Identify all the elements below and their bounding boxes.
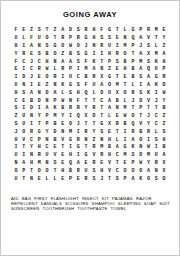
grid-cell: I <box>20 43 28 51</box>
grid-cell: N <box>59 128 67 136</box>
grid-cell: R <box>98 152 106 160</box>
grid-cell: R <box>129 89 137 97</box>
grid-cell: L <box>59 89 67 97</box>
grid-cell: U <box>20 121 28 129</box>
grid-cell: A <box>137 66 145 74</box>
grid-cell: R <box>74 35 82 43</box>
grid-cell: K <box>137 175 145 183</box>
grid-cell: E <box>59 121 67 129</box>
grid-cell: P <box>106 58 114 66</box>
grid-cell: T <box>98 105 106 113</box>
grid-cell: R <box>145 27 153 35</box>
grid-cell: J <box>82 43 90 51</box>
grid-cell: Q <box>82 89 90 97</box>
grid-cell: N <box>152 167 160 175</box>
grid-cell: H <box>160 58 168 66</box>
grid-cell: N <box>35 89 43 97</box>
grid-cell: Q <box>67 160 75 168</box>
grid-cell: V <box>51 152 59 160</box>
grid-cell: U <box>20 113 28 121</box>
grid-cell: J <box>74 121 82 129</box>
grid-cell: O <box>129 113 137 121</box>
grid-cell: S <box>67 89 75 97</box>
grid-cell: R <box>67 105 75 113</box>
grid-cell: Y <box>59 113 67 121</box>
grid-cell: W <box>145 144 153 152</box>
grid-cell: L <box>152 43 160 51</box>
grid-cell: S <box>160 128 168 136</box>
grid-cell: S <box>35 50 43 58</box>
grid-cell: B <box>129 74 137 82</box>
grid-cell: I <box>35 105 43 113</box>
grid-cell: P <box>129 58 137 66</box>
grid-cell: D <box>137 152 145 160</box>
grid-cell: K <box>145 89 153 97</box>
grid-cell: E <box>121 160 129 168</box>
grid-cell: B <box>51 136 59 144</box>
grid-cell: I <box>145 136 153 144</box>
grid-cell: V <box>145 97 153 105</box>
grid-cell: E <box>59 160 67 168</box>
grid-cell: M <box>152 50 160 58</box>
grid-cell: L <box>129 82 137 90</box>
grid-cell: B <box>121 121 129 129</box>
grid-cell: Z <box>90 136 98 144</box>
grid-cell: D <box>90 113 98 121</box>
grid-cell: S <box>43 43 51 51</box>
grid-cell: D <box>160 175 168 183</box>
grid-cell: B <box>43 50 51 58</box>
grid-cell: J <box>28 74 36 82</box>
grid-cell: S <box>145 43 153 51</box>
grid-cell: Y <box>160 35 168 43</box>
grid-cell: D <box>160 82 168 90</box>
grid-cell: I <box>12 74 20 82</box>
grid-cell: S <box>74 82 82 90</box>
grid-cell: N <box>121 35 129 43</box>
grid-cell: R <box>129 128 137 136</box>
grid-cell: Y <box>90 128 98 136</box>
grid-cell: T <box>43 27 51 35</box>
grid-cell: M <box>113 82 121 90</box>
grid-cell: A <box>59 58 67 66</box>
grid-cell: P <box>35 136 43 144</box>
grid-cell: I <box>20 152 28 160</box>
grid-cell: P <box>51 97 59 105</box>
grid-cell: A <box>43 105 51 113</box>
grid-cell: A <box>129 136 137 144</box>
grid-cell: A <box>28 89 36 97</box>
grid-cell: I <box>67 113 75 121</box>
grid-cell: O <box>137 167 145 175</box>
grid-cell: V <box>106 167 114 175</box>
grid-cell: R <box>152 160 160 168</box>
grid-cell: O <box>121 89 129 97</box>
grid-cell: U <box>35 35 43 43</box>
grid-cell: A <box>28 43 36 51</box>
grid-cell: T <box>106 175 114 183</box>
grid-cell: K <box>152 58 160 66</box>
grid-cell: Y <box>82 105 90 113</box>
grid-cell: V <box>106 160 114 168</box>
grid-cell: L <box>121 27 129 35</box>
grid-cell: Y <box>43 128 51 136</box>
grid-cell: M <box>121 152 129 160</box>
grid-cell: Z <box>106 66 114 74</box>
worksheet-page: GOING AWAY FEZSTZADSRHFGTLGPRMEULFUOTRPR… <box>0 0 180 256</box>
grid-cell: S <box>20 89 28 97</box>
grid-cell: J <box>98 175 106 183</box>
grid-cell: W <box>160 89 168 97</box>
grid-cell: A <box>160 152 168 160</box>
grid-cell: G <box>67 82 75 90</box>
grid-cell: T <box>129 50 137 58</box>
grid-cell: W <box>67 43 75 51</box>
grid-cell: B <box>59 105 67 113</box>
grid-cell: I <box>113 43 121 51</box>
grid-cell: P <box>67 35 75 43</box>
grid-cell: X <box>145 50 153 58</box>
grid-cell: T <box>113 74 121 82</box>
grid-cell: Q <box>74 113 82 121</box>
grid-cell: E <box>12 66 20 74</box>
grid-cell: T <box>51 167 59 175</box>
grid-cell: S <box>74 58 82 66</box>
grid-cell: M <box>137 58 145 66</box>
grid-cell: Z <box>160 113 168 121</box>
grid-cell: A <box>137 50 145 58</box>
grid-cell: J <box>145 113 153 121</box>
grid-cell: C <box>74 74 82 82</box>
grid-cell: I <box>28 121 36 129</box>
grid-cell: P <box>67 175 75 183</box>
grid-cell: I <box>12 144 20 152</box>
grid-cell: O <box>98 89 106 97</box>
grid-cell: T <box>59 144 67 152</box>
grid-cell: A <box>145 82 153 90</box>
grid-cell: B <box>129 66 137 74</box>
grid-cell: Y <box>12 50 20 58</box>
grid-cell: A <box>160 50 168 58</box>
page-title: GOING AWAY <box>1 10 179 19</box>
grid-cell: O <box>74 43 82 51</box>
grid-cell: F <box>28 35 36 43</box>
grid-cell: R <box>160 74 168 82</box>
grid-cell: B <box>160 144 168 152</box>
word-list: AID BAG FIRST FLASHLIGHT INSECT KIT PAJA… <box>11 197 171 212</box>
grid-cell: S <box>113 58 121 66</box>
grid-cell: S <box>74 50 82 58</box>
grid-cell: N <box>28 113 36 121</box>
grid-cell: R <box>59 35 67 43</box>
grid-cell: S <box>152 136 160 144</box>
grid-cell: O <box>12 167 20 175</box>
grid-cell: Z <box>51 27 59 35</box>
grid-cell: T <box>113 27 121 35</box>
grid-cell: A <box>67 58 75 66</box>
grid-cell: A <box>59 27 67 35</box>
grid-cell: N <box>43 97 51 105</box>
grid-cell: P <box>20 167 28 175</box>
grid-cell: O <box>106 82 114 90</box>
grid-cell: H <box>106 136 114 144</box>
grid-cell: U <box>106 43 114 51</box>
grid-cell: B <box>106 144 114 152</box>
grid-cell: C <box>113 167 121 175</box>
grid-cell: U <box>152 152 160 160</box>
grid-cell: R <box>35 66 43 74</box>
grid-cell: A <box>74 160 82 168</box>
grid-cell: N <box>51 58 59 66</box>
grid-cell: L <box>51 66 59 74</box>
grid-cell: R <box>74 136 82 144</box>
grid-cell: L <box>90 89 98 97</box>
grid-cell: I <box>90 50 98 58</box>
grid-cell: E <box>98 160 106 168</box>
grid-cell: B <box>137 128 145 136</box>
grid-cell: G <box>35 128 43 136</box>
grid-cell: S <box>113 175 121 183</box>
grid-cell: Y <box>160 97 168 105</box>
grid-cell: R <box>145 128 153 136</box>
grid-cell: G <box>74 144 82 152</box>
grid-cell: H <box>35 144 43 152</box>
grid-cell: G <box>152 74 160 82</box>
grid-cell: K <box>152 82 160 90</box>
grid-cell: R <box>35 152 43 160</box>
grid-cell: S <box>98 35 106 43</box>
grid-cell: A <box>90 66 98 74</box>
grid-cell: R <box>59 66 67 74</box>
grid-cell: P <box>129 43 137 51</box>
grid-cell: L <box>121 97 129 105</box>
grid-cell: F <box>98 27 106 35</box>
grid-cell: Y <box>35 113 43 121</box>
grid-cell: P <box>43 113 51 121</box>
grid-cell: B <box>67 167 75 175</box>
grid-cell: J <box>137 43 145 51</box>
grid-cell: R <box>82 27 90 35</box>
grid-cell: E <box>106 128 114 136</box>
grid-cell: T <box>137 113 145 121</box>
grid-cell: C <box>152 121 160 129</box>
grid-cell: T <box>28 167 36 175</box>
grid-cell: E <box>51 144 59 152</box>
grid-cell: T <box>113 160 121 168</box>
grid-cell: E <box>82 160 90 168</box>
grid-cell: B <box>160 105 168 113</box>
grid-cell: M <box>152 27 160 35</box>
grid-cell: X <box>160 167 168 175</box>
grid-cell: R <box>74 167 82 175</box>
grid-cell: L <box>113 136 121 144</box>
grid-cell: F <box>82 58 90 66</box>
grid-cell: S <box>51 160 59 168</box>
grid-cell: O <box>35 167 43 175</box>
grid-cell: H <box>106 152 114 160</box>
grid-cell: N <box>20 82 28 90</box>
grid-cell: I <box>67 144 75 152</box>
grid-cell: O <box>43 74 51 82</box>
grid-cell: G <box>51 43 59 51</box>
grid-cell: U <box>90 82 98 90</box>
grid-cell: R <box>113 50 121 58</box>
grid-cell: I <box>152 144 160 152</box>
grid-cell: F <box>12 58 20 66</box>
grid-cell: P <box>121 175 129 183</box>
grid-cell: M <box>82 66 90 74</box>
grid-cell: N <box>113 105 121 113</box>
grid-cell: J <box>28 58 36 66</box>
grid-cell: R <box>90 105 98 113</box>
grid-cell: S <box>35 27 43 35</box>
grid-cell: N <box>12 160 20 168</box>
grid-cell: R <box>51 74 59 82</box>
grid-cell: T <box>20 144 28 152</box>
grid-cell: P <box>67 66 75 74</box>
grid-cell: Q <box>129 121 137 129</box>
grid-cell: J <box>12 128 20 136</box>
grid-cell: T <box>113 128 121 136</box>
grid-cell: O <box>145 175 153 183</box>
grid-cell: R <box>82 128 90 136</box>
grid-cell: I <box>28 82 36 90</box>
grid-cell: N <box>51 82 59 90</box>
grid-cell: Z <box>12 113 20 121</box>
grid-cell: U <box>12 35 20 43</box>
grid-cell: D <box>67 27 75 35</box>
grid-cell: K <box>90 58 98 66</box>
grid-cell: N <box>137 144 145 152</box>
grid-cell: H <box>12 43 20 51</box>
grid-cell: G <box>98 121 106 129</box>
grid-cell: A <box>20 160 28 168</box>
grid-cell: C <box>113 152 121 160</box>
grid-cell: H <box>106 50 114 58</box>
grid-cell: T <box>98 58 106 66</box>
grid-cell: O <box>67 121 75 129</box>
grid-cell: P <box>137 27 145 35</box>
grid-cell: O <box>43 35 51 43</box>
grid-cell: S <box>12 105 20 113</box>
grid-cell: N <box>82 136 90 144</box>
grid-cell: X <box>113 89 121 97</box>
grid-cell: J <box>129 97 137 105</box>
grid-cell: E <box>59 175 67 183</box>
grid-cell: H <box>98 167 106 175</box>
grid-cell: E <box>35 82 43 90</box>
grid-cell: T <box>90 97 98 105</box>
grid-cell: B <box>121 58 129 66</box>
grid-cell: Z <box>28 27 36 35</box>
grid-cell: U <box>67 74 75 82</box>
grid-cell: N <box>67 97 75 105</box>
grid-cell: H <box>43 58 51 66</box>
grid-cell: D <box>51 128 59 136</box>
word-search-grid: FEZSTZADSRHFGTLGPRMEULFUOTRPRGHSSENQAVTY… <box>12 27 168 183</box>
grid-cell: I <box>152 89 160 97</box>
grid-cell: K <box>129 144 137 152</box>
grid-cell: T <box>90 121 98 129</box>
grid-cell: I <box>137 82 145 90</box>
grid-cell: A <box>106 97 114 105</box>
grid-cell: X <box>160 160 168 168</box>
grid-cell: O <box>121 50 129 58</box>
grid-cell: J <box>152 97 160 105</box>
grid-cell: G <box>82 35 90 43</box>
grid-cell: G <box>67 136 75 144</box>
grid-cell: G <box>82 152 90 160</box>
grid-cell: L <box>51 175 59 183</box>
grid-cell: H <box>90 35 98 43</box>
grid-cell: P <box>129 160 137 168</box>
grid-cell: N <box>28 152 36 160</box>
grid-cell: T <box>20 175 28 183</box>
grid-cell: E <box>113 35 121 43</box>
grid-cell: H <box>74 89 82 97</box>
grid-cell: R <box>98 43 106 51</box>
grid-cell: K <box>59 82 67 90</box>
grid-cell: M <box>145 152 153 160</box>
grid-cell: T <box>145 105 153 113</box>
grid-cell: O <box>20 128 28 136</box>
grid-cell: E <box>35 74 43 82</box>
grid-cell: N <box>28 175 36 183</box>
grid-cell: R <box>74 105 82 113</box>
grid-cell: I <box>74 128 82 136</box>
grid-cell: M <box>51 113 59 121</box>
grid-cell: T <box>82 144 90 152</box>
grid-cell: Z <box>160 43 168 51</box>
grid-cell: E <box>113 66 121 74</box>
grid-cell: K <box>51 105 59 113</box>
grid-cell: A <box>137 35 145 43</box>
grid-cell: H <box>90 27 98 35</box>
grid-cell: I <box>20 66 28 74</box>
grid-cell: W <box>121 113 129 121</box>
grid-cell: Z <box>59 50 67 58</box>
grid-cell: C <box>152 113 160 121</box>
grid-cell: I <box>74 66 82 74</box>
grid-cell: E <box>28 50 36 58</box>
grid-cell: R <box>90 160 98 168</box>
grid-cell: U <box>12 82 20 90</box>
grid-cell: A <box>106 105 114 113</box>
grid-cell: U <box>82 167 90 175</box>
grid-cell: T <box>82 97 90 105</box>
grid-cell: S <box>106 35 114 43</box>
grid-cell: S <box>137 89 145 97</box>
grid-cell: P <box>160 66 168 74</box>
grid-cell: A <box>145 74 153 82</box>
grid-cell: S <box>98 128 106 136</box>
grid-cell: Z <box>160 121 168 129</box>
grid-cell: R <box>20 50 28 58</box>
grid-cell: Q <box>129 35 137 43</box>
grid-cell: W <box>43 66 51 74</box>
grid-cell: D <box>137 97 145 105</box>
grid-cell: R <box>28 128 36 136</box>
grid-cell: V <box>59 136 67 144</box>
grid-cell: N <box>98 66 106 74</box>
grid-cell: O <box>121 167 129 175</box>
grid-cell: R <box>90 74 98 82</box>
grid-cell: D <box>20 74 28 82</box>
grid-cell: B <box>82 74 90 82</box>
grid-cell: D <box>43 89 51 97</box>
grid-cell: T <box>121 82 129 90</box>
grid-cell: H <box>67 152 75 160</box>
